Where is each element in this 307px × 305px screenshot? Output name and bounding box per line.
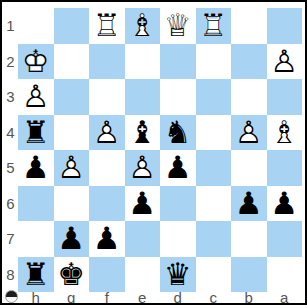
square-f6[interactable] <box>89 186 125 222</box>
square-f3[interactable] <box>89 79 125 115</box>
piece-black-rook[interactable]: ♜ <box>18 257 54 293</box>
square-c7[interactable] <box>196 221 232 257</box>
file-label-g: g <box>54 290 90 305</box>
piece-black-pawn[interactable]: ♟ <box>267 186 303 222</box>
square-c2[interactable] <box>196 44 232 80</box>
piece-black-knight[interactable]: ♞ <box>160 115 196 151</box>
square-h8[interactable]: ♜ <box>18 257 54 293</box>
piece-white-pawn[interactable]: ♟♙ <box>231 115 267 151</box>
rank-label-3: 3 <box>4 79 17 115</box>
chess-diagram: ♜♖♝♗♛♕♜♖♚♔♟♙♟♙♜♟♙♝♞♟♙♝♗♟♟♙♟♙♟♟♟♟♟♟♜♚♛ 12… <box>0 0 307 305</box>
square-b5[interactable] <box>231 150 267 186</box>
file-label-d: d <box>160 290 196 305</box>
square-d2[interactable] <box>160 44 196 80</box>
square-d3[interactable] <box>160 79 196 115</box>
square-e4[interactable]: ♝ <box>125 115 161 151</box>
square-h5[interactable]: ♟ <box>18 150 54 186</box>
square-b4[interactable]: ♟♙ <box>231 115 267 151</box>
square-h4[interactable]: ♜ <box>18 115 54 151</box>
square-a7[interactable] <box>267 221 303 257</box>
file-label-f: f <box>89 290 125 305</box>
square-d8[interactable]: ♛ <box>160 257 196 293</box>
piece-white-rook[interactable]: ♜♖ <box>89 8 125 44</box>
piece-white-bishop[interactable]: ♝♗ <box>125 8 161 44</box>
square-b3[interactable] <box>231 79 267 115</box>
square-g1[interactable] <box>54 8 90 44</box>
square-b2[interactable] <box>231 44 267 80</box>
square-e8[interactable] <box>125 257 161 293</box>
square-a3[interactable] <box>267 79 303 115</box>
square-c3[interactable] <box>196 79 232 115</box>
square-g6[interactable] <box>54 186 90 222</box>
rank-label-6: 6 <box>4 186 17 222</box>
square-g4[interactable] <box>54 115 90 151</box>
square-e5[interactable]: ♟♙ <box>125 150 161 186</box>
square-b1[interactable] <box>231 8 267 44</box>
square-g7[interactable]: ♟ <box>54 221 90 257</box>
black-to-move-indicator <box>5 290 18 303</box>
square-d7[interactable] <box>160 221 196 257</box>
piece-white-queen[interactable]: ♛♕ <box>160 8 196 44</box>
piece-black-bishop[interactable]: ♝ <box>125 115 161 151</box>
square-f4[interactable]: ♟♙ <box>89 115 125 151</box>
square-a2[interactable]: ♟♙ <box>267 44 303 80</box>
square-c6[interactable] <box>196 186 232 222</box>
rank-label-4: 4 <box>4 115 17 151</box>
piece-white-pawn[interactable]: ♟♙ <box>125 150 161 186</box>
piece-white-king[interactable]: ♚♔ <box>18 44 54 80</box>
piece-black-king[interactable]: ♚ <box>54 257 90 293</box>
square-d6[interactable] <box>160 186 196 222</box>
square-a8[interactable] <box>267 257 303 293</box>
square-d5[interactable]: ♟ <box>160 150 196 186</box>
piece-black-pawn[interactable]: ♟ <box>160 150 196 186</box>
piece-black-pawn[interactable]: ♟ <box>18 150 54 186</box>
square-b7[interactable] <box>231 221 267 257</box>
square-e7[interactable] <box>125 221 161 257</box>
square-a1[interactable] <box>267 8 303 44</box>
square-a4[interactable]: ♝♗ <box>267 115 303 151</box>
square-g8[interactable]: ♚ <box>54 257 90 293</box>
piece-white-pawn[interactable]: ♟♙ <box>18 79 54 115</box>
square-f7[interactable]: ♟ <box>89 221 125 257</box>
square-d4[interactable]: ♞ <box>160 115 196 151</box>
square-f5[interactable] <box>89 150 125 186</box>
rank-label-5: 5 <box>4 150 17 186</box>
file-label-e: e <box>125 290 161 305</box>
square-f1[interactable]: ♜♖ <box>89 8 125 44</box>
square-g2[interactable] <box>54 44 90 80</box>
square-c4[interactable] <box>196 115 232 151</box>
piece-black-pawn[interactable]: ♟ <box>125 186 161 222</box>
square-a5[interactable] <box>267 150 303 186</box>
square-h3[interactable]: ♟♙ <box>18 79 54 115</box>
piece-black-queen[interactable]: ♛ <box>160 257 196 293</box>
square-e1[interactable]: ♝♗ <box>125 8 161 44</box>
board: ♜♖♝♗♛♕♜♖♚♔♟♙♟♙♜♟♙♝♞♟♙♝♗♟♟♙♟♙♟♟♟♟♟♟♜♚♛ <box>18 8 302 292</box>
piece-black-rook[interactable]: ♜ <box>18 115 54 151</box>
square-h6[interactable] <box>18 186 54 222</box>
square-d1[interactable]: ♛♕ <box>160 8 196 44</box>
rank-label-7: 7 <box>4 221 17 257</box>
square-a6[interactable]: ♟ <box>267 186 303 222</box>
piece-white-bishop[interactable]: ♝♗ <box>267 115 303 151</box>
square-h2[interactable]: ♚♔ <box>18 44 54 80</box>
rank-label-8: 8 <box>4 257 17 293</box>
file-label-b: b <box>231 290 267 305</box>
square-c5[interactable] <box>196 150 232 186</box>
piece-black-pawn[interactable]: ♟ <box>231 186 267 222</box>
rank-label-1: 1 <box>4 8 17 44</box>
square-e2[interactable] <box>125 44 161 80</box>
piece-white-pawn[interactable]: ♟♙ <box>89 115 125 151</box>
piece-white-pawn[interactable]: ♟♙ <box>54 150 90 186</box>
square-e3[interactable] <box>125 79 161 115</box>
piece-white-rook[interactable]: ♜♖ <box>196 8 232 44</box>
square-f2[interactable] <box>89 44 125 80</box>
square-g3[interactable] <box>54 79 90 115</box>
square-b6[interactable]: ♟ <box>231 186 267 222</box>
piece-white-pawn[interactable]: ♟♙ <box>267 44 303 80</box>
piece-black-pawn[interactable]: ♟ <box>89 221 125 257</box>
square-c8[interactable] <box>196 257 232 293</box>
file-label-h: h <box>18 290 54 305</box>
square-g5[interactable]: ♟♙ <box>54 150 90 186</box>
square-h7[interactable] <box>18 221 54 257</box>
square-b8[interactable] <box>231 257 267 293</box>
square-c1[interactable]: ♜♖ <box>196 8 232 44</box>
square-e6[interactable]: ♟ <box>125 186 161 222</box>
file-label-c: c <box>196 290 232 305</box>
file-label-a: a <box>267 290 303 305</box>
square-h1[interactable] <box>18 8 54 44</box>
square-f8[interactable] <box>89 257 125 293</box>
piece-black-pawn[interactable]: ♟ <box>54 221 90 257</box>
rank-label-2: 2 <box>4 44 17 80</box>
